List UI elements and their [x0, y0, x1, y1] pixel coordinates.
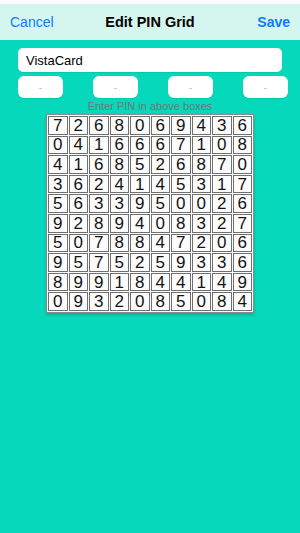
grid-cell-r2c10[interactable]: 8	[233, 136, 253, 155]
grid-cell-r8c3[interactable]: 7	[89, 253, 109, 272]
grid-cell-r6c7[interactable]: 8	[171, 214, 191, 233]
grid-cell-r4c4[interactable]: 4	[110, 175, 130, 194]
grid-cell-r2c3[interactable]: 1	[89, 136, 109, 155]
grid-cell-r8c9[interactable]: 3	[212, 253, 232, 272]
grid-cell-r1c3[interactable]: 6	[89, 116, 109, 135]
grid-cell-r9c2[interactable]: 9	[69, 273, 89, 292]
grid-cell-r10c10[interactable]: 4	[233, 292, 253, 311]
grid-cell-r9c1[interactable]: 8	[48, 273, 68, 292]
grid-cell-r5c1[interactable]: 5	[48, 194, 68, 213]
grid-cell-r6c6[interactable]: 0	[151, 214, 171, 233]
grid-cell-r7c4[interactable]: 8	[110, 234, 130, 253]
grid-cell-r8c4[interactable]: 5	[110, 253, 130, 272]
grid-cell-r1c5[interactable]: 0	[130, 116, 150, 135]
grid-cell-r4c7[interactable]: 5	[171, 175, 191, 194]
grid-cell-r6c1[interactable]: 9	[48, 214, 68, 233]
grid-cell-r5c7[interactable]: 0	[171, 194, 191, 213]
grid-cell-r3c7[interactable]: 6	[171, 155, 191, 174]
grid-cell-r10c9[interactable]: 8	[212, 292, 232, 311]
grid-cell-r4c3[interactable]: 2	[89, 175, 109, 194]
grid-cell-r3c1[interactable]: 4	[48, 155, 68, 174]
grid-cell-r6c10[interactable]: 7	[233, 214, 253, 233]
grid-cell-r3c8[interactable]: 8	[192, 155, 212, 174]
card-name-input[interactable]	[18, 48, 282, 72]
grid-cell-r9c8[interactable]: 1	[192, 273, 212, 292]
grid-cell-r9c7[interactable]: 4	[171, 273, 191, 292]
pin-box-1[interactable]: -	[18, 76, 63, 98]
grid-cell-r8c7[interactable]: 9	[171, 253, 191, 272]
grid-cell-r3c6[interactable]: 2	[151, 155, 171, 174]
grid-cell-r7c8[interactable]: 2	[192, 234, 212, 253]
grid-cell-r10c1[interactable]: 0	[48, 292, 68, 311]
grid-cell-r9c9[interactable]: 4	[212, 273, 232, 292]
grid-cell-r2c5[interactable]: 6	[130, 136, 150, 155]
grid-cell-r3c9[interactable]: 7	[212, 155, 232, 174]
pin-box-4[interactable]: -	[243, 76, 288, 98]
grid-cell-r7c5[interactable]: 8	[130, 234, 150, 253]
edit-pin-grid-screen: Cancel Edit PIN Grid Save ---- Enter PIN…	[0, 0, 300, 533]
grid-cell-r9c4[interactable]: 1	[110, 273, 130, 292]
grid-cell-r6c3[interactable]: 8	[89, 214, 109, 233]
pin-input-row: ----	[18, 76, 288, 98]
grid-cell-r4c5[interactable]: 1	[130, 175, 150, 194]
grid-cell-r4c8[interactable]: 3	[192, 175, 212, 194]
grid-cell-r6c8[interactable]: 3	[192, 214, 212, 233]
grid-controls	[0, 320, 300, 420]
grid-cell-r2c7[interactable]: 7	[171, 136, 191, 155]
grid-cell-r10c6[interactable]: 8	[151, 292, 171, 311]
cancel-button[interactable]: Cancel	[10, 14, 54, 30]
grid-cell-r1c6[interactable]: 6	[151, 116, 171, 135]
grid-cell-r5c5[interactable]: 9	[130, 194, 150, 213]
grid-cell-r1c2[interactable]: 2	[69, 116, 89, 135]
grid-cell-r8c5[interactable]: 2	[130, 253, 150, 272]
grid-cell-r6c2[interactable]: 2	[69, 214, 89, 233]
grid-cell-r3c5[interactable]: 5	[130, 155, 150, 174]
grid-cell-r7c6[interactable]: 4	[151, 234, 171, 253]
grid-cell-r1c1[interactable]: 7	[48, 116, 68, 135]
grid-cell-r10c5[interactable]: 0	[130, 292, 150, 311]
grid-cell-r10c7[interactable]: 5	[171, 292, 191, 311]
grid-cell-r3c3[interactable]: 6	[89, 155, 109, 174]
grid-cell-r9c5[interactable]: 8	[130, 273, 150, 292]
grid-cell-r9c6[interactable]: 4	[151, 273, 171, 292]
pin-box-2[interactable]: -	[93, 76, 138, 98]
grid-cell-r8c10[interactable]: 6	[233, 253, 253, 272]
grid-cell-r1c7[interactable]: 9	[171, 116, 191, 135]
grid-cell-r10c4[interactable]: 2	[110, 292, 130, 311]
grid-cell-r6c9[interactable]: 2	[212, 214, 232, 233]
grid-cell-r7c10[interactable]: 6	[233, 234, 253, 253]
grid-cell-r8c1[interactable]: 9	[48, 253, 68, 272]
pin-box-3[interactable]: -	[168, 76, 213, 98]
grid-cell-r10c3[interactable]: 3	[89, 292, 109, 311]
grid-cell-r9c3[interactable]: 9	[89, 273, 109, 292]
grid-cell-r4c10[interactable]: 7	[233, 175, 253, 194]
grid-cell-r6c4[interactable]: 9	[110, 214, 130, 233]
grid-cell-r5c9[interactable]: 2	[212, 194, 232, 213]
navigation-bar: Cancel Edit PIN Grid Save	[0, 4, 300, 40]
grid-cell-r6c5[interactable]: 4	[130, 214, 150, 233]
grid-cell-r5c3[interactable]: 3	[89, 194, 109, 213]
grid-cell-r3c10[interactable]: 0	[233, 155, 253, 174]
grid-cell-r5c2[interactable]: 6	[69, 194, 89, 213]
grid-cell-r1c4[interactable]: 8	[110, 116, 130, 135]
grid-cell-r2c9[interactable]: 0	[212, 136, 232, 155]
pin-grid: 7268069436041666710841685268703624145317…	[46, 114, 254, 313]
grid-cell-r9c10[interactable]: 9	[233, 273, 253, 292]
grid-cell-r5c6[interactable]: 5	[151, 194, 171, 213]
grid-cell-r8c2[interactable]: 5	[69, 253, 89, 272]
grid-cell-r2c1[interactable]: 0	[48, 136, 68, 155]
grid-cell-r7c2[interactable]: 0	[69, 234, 89, 253]
grid-cell-r5c4[interactable]: 3	[110, 194, 130, 213]
grid-cell-r10c2[interactable]: 9	[69, 292, 89, 311]
grid-cell-r2c2[interactable]: 4	[69, 136, 89, 155]
grid-cell-r4c1[interactable]: 3	[48, 175, 68, 194]
grid-cell-r4c9[interactable]: 1	[212, 175, 232, 194]
grid-cell-r8c8[interactable]: 3	[192, 253, 212, 272]
grid-cell-r8c6[interactable]: 5	[151, 253, 171, 272]
grid-cell-r4c2[interactable]: 6	[69, 175, 89, 194]
grid-cell-r2c4[interactable]: 6	[110, 136, 130, 155]
grid-cell-r1c9[interactable]: 3	[212, 116, 232, 135]
grid-cell-r7c9[interactable]: 0	[212, 234, 232, 253]
grid-cell-r1c10[interactable]: 6	[233, 116, 253, 135]
pin-hint-label: Enter PIN in above boxes	[0, 100, 300, 112]
page-title: Edit PIN Grid	[105, 14, 194, 30]
grid-cell-r5c10[interactable]: 6	[233, 194, 253, 213]
grid-cell-r7c1[interactable]: 5	[48, 234, 68, 253]
grid-cell-r10c8[interactable]: 0	[192, 292, 212, 311]
grid-cell-r2c8[interactable]: 1	[192, 136, 212, 155]
grid-cell-r4c6[interactable]: 4	[151, 175, 171, 194]
grid-cell-r1c8[interactable]: 4	[192, 116, 212, 135]
grid-cell-r7c7[interactable]: 7	[171, 234, 191, 253]
save-button[interactable]: Save	[257, 14, 290, 30]
grid-cell-r3c2[interactable]: 1	[69, 155, 89, 174]
grid-cell-r7c3[interactable]: 7	[89, 234, 109, 253]
grid-cell-r3c4[interactable]: 8	[110, 155, 130, 174]
grid-cell-r5c8[interactable]: 0	[192, 194, 212, 213]
grid-cell-r2c6[interactable]: 6	[151, 136, 171, 155]
